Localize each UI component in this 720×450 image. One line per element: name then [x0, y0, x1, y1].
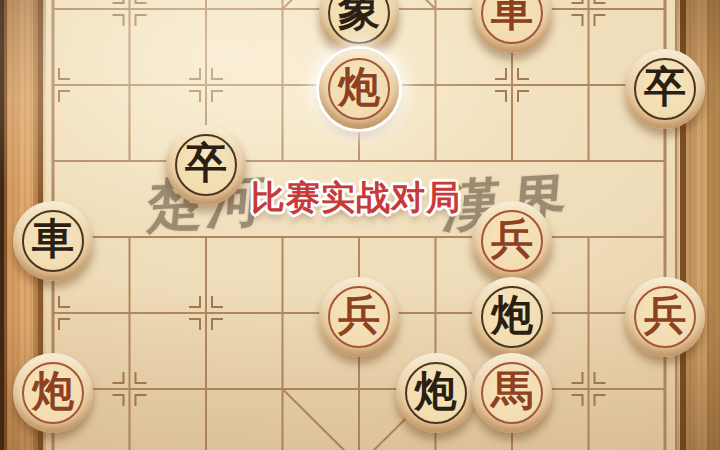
piece-glyph: 兵 [491, 218, 533, 260]
piece-face: 炮 [481, 286, 543, 348]
piece-glyph: 馬 [491, 370, 533, 412]
piece-black-soldier[interactable]: 卒 [166, 125, 246, 205]
piece-glyph: 炮 [415, 370, 457, 412]
piece-red-horse[interactable]: 馬 [472, 353, 552, 433]
piece-red-cannon[interactable]: 炮 [319, 49, 399, 129]
piece-red-soldier[interactable]: 兵 [472, 201, 552, 281]
xiangqi-game-screen: 楚河 漢界 象車炮卒卒車兵兵炮兵炮炮馬 比赛实战对局 [0, 0, 720, 450]
piece-glyph: 炮 [32, 370, 74, 412]
piece-face: 車 [481, 0, 543, 44]
piece-face: 象 [328, 0, 390, 44]
piece-face: 兵 [481, 210, 543, 272]
piece-glyph: 卒 [185, 142, 227, 184]
piece-face: 炮 [328, 58, 390, 120]
piece-face: 兵 [634, 286, 696, 348]
caption-overlay: 比赛实战对局 [0, 175, 716, 221]
piece-glyph: 兵 [338, 294, 380, 336]
piece-face: 炮 [405, 362, 467, 424]
piece-face: 車 [22, 210, 84, 272]
piece-glyph: 象 [338, 0, 380, 32]
piece-face: 炮 [22, 362, 84, 424]
piece-black-soldier[interactable]: 卒 [625, 49, 705, 129]
piece-glyph: 卒 [644, 66, 686, 108]
piece-red-soldier[interactable]: 兵 [625, 277, 705, 357]
piece-face: 卒 [175, 134, 237, 196]
piece-face: 兵 [328, 286, 390, 348]
piece-black-cannon[interactable]: 炮 [472, 277, 552, 357]
piece-glyph: 炮 [338, 66, 380, 108]
piece-glyph: 兵 [644, 294, 686, 336]
piece-face: 卒 [634, 58, 696, 120]
piece-glyph: 車 [491, 0, 533, 32]
piece-black-cannon[interactable]: 炮 [396, 353, 476, 433]
piece-glyph: 車 [32, 218, 74, 260]
piece-red-cannon[interactable]: 炮 [13, 353, 93, 433]
piece-face: 馬 [481, 362, 543, 424]
piece-glyph: 炮 [491, 294, 533, 336]
piece-red-soldier[interactable]: 兵 [319, 277, 399, 357]
piece-black-chariot[interactable]: 車 [13, 201, 93, 281]
